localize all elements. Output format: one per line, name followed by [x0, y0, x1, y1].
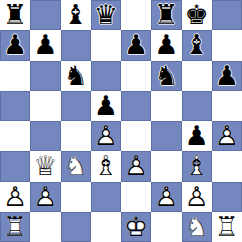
- black-pawn-icon: ♟: [151, 30, 181, 60]
- square-a6[interactable]: [0, 61, 30, 91]
- white-knight-outline-icon: ♘: [182, 212, 212, 242]
- square-e8[interactable]: [121, 0, 151, 30]
- black-knight-icon: ♞: [61, 61, 91, 91]
- square-f3[interactable]: [151, 151, 181, 181]
- square-a3[interactable]: [0, 151, 30, 181]
- square-f4[interactable]: [151, 121, 181, 151]
- black-king-icon: ♚: [182, 0, 212, 30]
- white-pawn-outline-icon: ♙: [182, 182, 212, 212]
- square-b5[interactable]: [30, 91, 60, 121]
- piece-white-knight[interactable]: ♞♘: [61, 151, 91, 181]
- white-pawn-outline-icon: ♙: [121, 151, 151, 181]
- piece-white-knight[interactable]: ♞♘: [182, 212, 212, 242]
- white-pawn-outline-icon: ♙: [30, 182, 60, 212]
- piece-white-bishop[interactable]: ♝♗: [91, 151, 121, 181]
- chess-board: ♜♝♛♜♚♟♟♟♟♝♞♞♟♟♟♙♟♟♙♛♕♞♘♝♗♟♙♝♗♟♙♟♙♟♙♟♙♜♖♚…: [0, 0, 242, 242]
- white-pawn-outline-icon: ♙: [0, 182, 30, 212]
- piece-white-rook[interactable]: ♜♖: [212, 212, 242, 242]
- square-d7[interactable]: [91, 30, 121, 60]
- piece-black-pawn[interactable]: ♟: [212, 61, 242, 91]
- square-h5[interactable]: [212, 91, 242, 121]
- square-h1[interactable]: ♜♖: [212, 212, 242, 242]
- square-b7[interactable]: ♟: [30, 30, 60, 60]
- square-c4[interactable]: [61, 121, 91, 151]
- black-pawn-icon: ♟: [182, 121, 212, 151]
- piece-white-pawn[interactable]: ♟♙: [30, 182, 60, 212]
- square-a7[interactable]: ♟: [0, 30, 30, 60]
- piece-black-queen[interactable]: ♛: [91, 0, 121, 30]
- piece-black-bishop[interactable]: ♝: [61, 0, 91, 30]
- piece-white-queen[interactable]: ♛♕: [30, 151, 60, 181]
- piece-white-king[interactable]: ♚♔: [121, 212, 151, 242]
- black-knight-icon: ♞: [151, 61, 181, 91]
- piece-black-knight[interactable]: ♞: [151, 61, 181, 91]
- square-d3[interactable]: ♝♗: [91, 151, 121, 181]
- square-h8[interactable]: [212, 0, 242, 30]
- black-rook-icon: ♜: [151, 0, 181, 30]
- black-pawn-icon: ♟: [30, 30, 60, 60]
- square-c7[interactable]: [61, 30, 91, 60]
- square-e4[interactable]: [121, 121, 151, 151]
- square-e2[interactable]: [121, 182, 151, 212]
- square-h4[interactable]: ♟♙: [212, 121, 242, 151]
- square-d5[interactable]: ♟: [91, 91, 121, 121]
- white-rook-outline-icon: ♖: [212, 212, 242, 242]
- square-c8[interactable]: ♝: [61, 0, 91, 30]
- square-b4[interactable]: [30, 121, 60, 151]
- black-rook-icon: ♜: [0, 0, 30, 30]
- piece-black-pawn[interactable]: ♟: [30, 30, 60, 60]
- white-rook-outline-icon: ♖: [0, 212, 30, 242]
- piece-white-bishop[interactable]: ♝♗: [182, 151, 212, 181]
- square-e1[interactable]: ♚♔: [121, 212, 151, 242]
- piece-black-pawn[interactable]: ♟: [0, 30, 30, 60]
- white-bishop-outline-icon: ♗: [182, 151, 212, 181]
- square-e6[interactable]: [121, 61, 151, 91]
- square-f7[interactable]: ♟: [151, 30, 181, 60]
- white-pawn-outline-icon: ♙: [151, 182, 181, 212]
- black-bishop-icon: ♝: [61, 0, 91, 30]
- piece-black-rook[interactable]: ♜: [0, 0, 30, 30]
- black-queen-icon: ♛: [91, 0, 121, 30]
- piece-white-rook[interactable]: ♜♖: [0, 212, 30, 242]
- square-g6[interactable]: [182, 61, 212, 91]
- square-d8[interactable]: ♛: [91, 0, 121, 30]
- white-pawn-outline-icon: ♙: [212, 121, 242, 151]
- square-g2[interactable]: ♟♙: [182, 182, 212, 212]
- black-pawn-icon: ♟: [91, 91, 121, 121]
- square-b2[interactable]: ♟♙: [30, 182, 60, 212]
- white-pawn-outline-icon: ♙: [91, 121, 121, 151]
- square-g7[interactable]: ♝: [182, 30, 212, 60]
- square-e5[interactable]: [121, 91, 151, 121]
- white-queen-outline-icon: ♕: [30, 151, 60, 181]
- square-h2[interactable]: [212, 182, 242, 212]
- piece-black-knight[interactable]: ♞: [61, 61, 91, 91]
- square-b1[interactable]: [30, 212, 60, 242]
- piece-white-pawn[interactable]: ♟♙: [212, 121, 242, 151]
- square-d6[interactable]: [91, 61, 121, 91]
- square-c1[interactable]: [61, 212, 91, 242]
- square-g1[interactable]: ♞♘: [182, 212, 212, 242]
- black-pawn-icon: ♟: [0, 30, 30, 60]
- square-a5[interactable]: [0, 91, 30, 121]
- square-h3[interactable]: [212, 151, 242, 181]
- square-c2[interactable]: [61, 182, 91, 212]
- piece-black-pawn[interactable]: ♟: [121, 30, 151, 60]
- black-pawn-icon: ♟: [212, 61, 242, 91]
- square-g5[interactable]: [182, 91, 212, 121]
- square-g4[interactable]: ♟: [182, 121, 212, 151]
- piece-black-king[interactable]: ♚: [182, 0, 212, 30]
- square-d1[interactable]: [91, 212, 121, 242]
- square-g8[interactable]: ♚: [182, 0, 212, 30]
- square-b6[interactable]: [30, 61, 60, 91]
- square-h7[interactable]: [212, 30, 242, 60]
- piece-black-pawn[interactable]: ♟: [151, 30, 181, 60]
- piece-white-pawn[interactable]: ♟♙: [182, 182, 212, 212]
- piece-white-pawn[interactable]: ♟♙: [91, 121, 121, 151]
- piece-black-pawn[interactable]: ♟: [91, 91, 121, 121]
- piece-black-rook[interactable]: ♜: [151, 0, 181, 30]
- square-f6[interactable]: ♞: [151, 61, 181, 91]
- square-f5[interactable]: [151, 91, 181, 121]
- square-b8[interactable]: [30, 0, 60, 30]
- black-pawn-icon: ♟: [121, 30, 151, 60]
- piece-black-pawn[interactable]: ♟: [182, 121, 212, 151]
- square-g3[interactable]: ♝♗: [182, 151, 212, 181]
- square-d4[interactable]: ♟♙: [91, 121, 121, 151]
- piece-white-pawn[interactable]: ♟♙: [151, 182, 181, 212]
- square-h6[interactable]: ♟: [212, 61, 242, 91]
- square-e3[interactable]: ♟♙: [121, 151, 151, 181]
- square-f8[interactable]: ♜: [151, 0, 181, 30]
- square-a4[interactable]: [0, 121, 30, 151]
- square-c5[interactable]: [61, 91, 91, 121]
- white-bishop-outline-icon: ♗: [91, 151, 121, 181]
- white-king-outline-icon: ♔: [121, 212, 151, 242]
- piece-white-pawn[interactable]: ♟♙: [121, 151, 151, 181]
- square-d2[interactable]: [91, 182, 121, 212]
- square-f1[interactable]: [151, 212, 181, 242]
- square-a1[interactable]: ♜♖: [0, 212, 30, 242]
- square-f2[interactable]: ♟♙: [151, 182, 181, 212]
- black-bishop-icon: ♝: [182, 30, 212, 60]
- square-e7[interactable]: ♟: [121, 30, 151, 60]
- square-c3[interactable]: ♞♘: [61, 151, 91, 181]
- square-a2[interactable]: ♟♙: [0, 182, 30, 212]
- piece-white-pawn[interactable]: ♟♙: [0, 182, 30, 212]
- square-b3[interactable]: ♛♕: [30, 151, 60, 181]
- white-knight-outline-icon: ♘: [61, 151, 91, 181]
- piece-black-bishop[interactable]: ♝: [182, 30, 212, 60]
- square-c6[interactable]: ♞: [61, 61, 91, 91]
- square-a8[interactable]: ♜: [0, 0, 30, 30]
